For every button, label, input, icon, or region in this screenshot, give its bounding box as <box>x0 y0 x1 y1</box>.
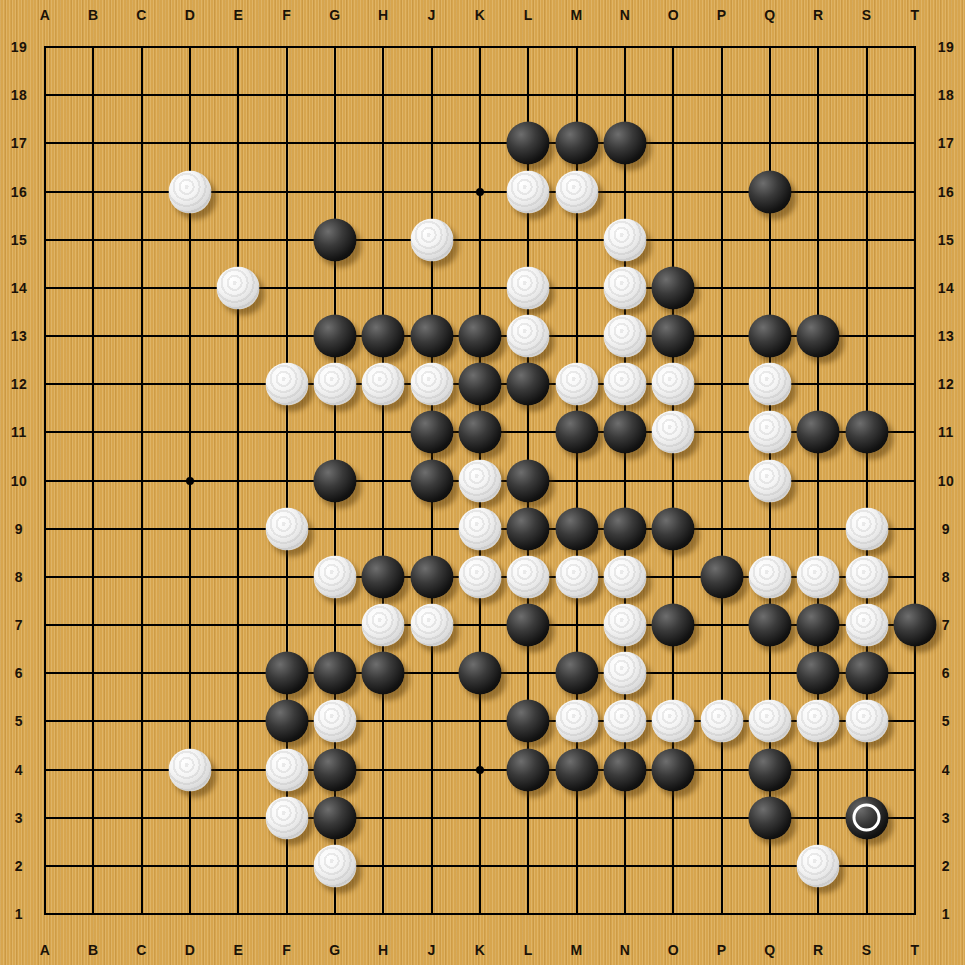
column-label-bottom: C <box>125 941 159 959</box>
black-stone <box>652 266 695 309</box>
column-label-top: A <box>28 6 62 24</box>
black-stone <box>604 507 647 550</box>
white-stone <box>797 700 840 743</box>
black-stone <box>555 748 598 791</box>
white-stone <box>604 218 647 261</box>
column-label-top: C <box>125 6 159 24</box>
black-stone <box>507 363 550 406</box>
row-label-left: 19 <box>2 38 36 56</box>
black-stone <box>845 796 888 839</box>
black-stone <box>749 604 792 647</box>
grid-line <box>817 46 819 915</box>
white-stone <box>749 700 792 743</box>
white-stone <box>459 507 502 550</box>
column-label-top: P <box>705 6 739 24</box>
black-stone <box>652 748 695 791</box>
white-stone <box>749 363 792 406</box>
black-stone <box>797 604 840 647</box>
row-label-right: 17 <box>929 134 963 152</box>
row-label-left: 8 <box>2 568 36 586</box>
row-label-right: 18 <box>929 86 963 104</box>
row-label-right: 12 <box>929 375 963 393</box>
column-label-bottom: S <box>850 941 884 959</box>
row-label-left: 17 <box>2 134 36 152</box>
black-stone <box>410 555 453 598</box>
column-label-bottom: H <box>366 941 400 959</box>
black-stone <box>797 652 840 695</box>
black-stone <box>652 507 695 550</box>
row-label-left: 13 <box>2 327 36 345</box>
white-stone <box>217 266 260 309</box>
row-label-right: 6 <box>929 664 963 682</box>
go-board[interactable]: AABBCCDDEEFFGGHHJJKKLLMMNNOOPPQQRRSSTT19… <box>0 0 965 965</box>
row-label-left: 6 <box>2 664 36 682</box>
row-label-right: 2 <box>929 857 963 875</box>
black-stone <box>845 652 888 695</box>
white-stone <box>410 604 453 647</box>
star-point <box>476 188 484 196</box>
black-stone <box>459 363 502 406</box>
black-stone <box>507 604 550 647</box>
black-stone <box>604 411 647 454</box>
column-label-top: H <box>366 6 400 24</box>
row-label-right: 1 <box>929 905 963 923</box>
star-point <box>476 766 484 774</box>
grid-line <box>44 865 916 867</box>
row-label-right: 16 <box>929 183 963 201</box>
column-label-bottom: T <box>898 941 932 959</box>
white-stone <box>507 266 550 309</box>
black-stone <box>555 122 598 165</box>
black-stone <box>265 652 308 695</box>
black-stone <box>410 411 453 454</box>
black-stone <box>314 315 357 358</box>
black-stone <box>797 315 840 358</box>
white-stone <box>604 604 647 647</box>
white-stone <box>459 459 502 502</box>
white-stone <box>604 315 647 358</box>
row-label-right: 4 <box>929 761 963 779</box>
black-stone <box>507 700 550 743</box>
row-label-left: 12 <box>2 375 36 393</box>
column-label-bottom: M <box>560 941 594 959</box>
white-stone <box>410 363 453 406</box>
white-stone <box>797 555 840 598</box>
black-stone <box>459 315 502 358</box>
row-label-left: 10 <box>2 472 36 490</box>
grid-line <box>721 46 723 915</box>
white-stone <box>652 363 695 406</box>
black-stone <box>410 315 453 358</box>
grid-line <box>914 46 916 915</box>
white-stone <box>749 459 792 502</box>
white-stone <box>169 170 212 213</box>
white-stone <box>459 555 502 598</box>
row-label-right: 13 <box>929 327 963 345</box>
column-label-bottom: B <box>76 941 110 959</box>
black-stone <box>507 459 550 502</box>
white-stone <box>604 266 647 309</box>
row-label-right: 10 <box>929 472 963 490</box>
row-label-right: 14 <box>929 279 963 297</box>
white-stone <box>604 652 647 695</box>
black-stone <box>749 796 792 839</box>
white-stone <box>314 555 357 598</box>
white-stone <box>652 411 695 454</box>
column-label-top: J <box>415 6 449 24</box>
column-label-top: N <box>608 6 642 24</box>
row-label-right: 11 <box>929 423 963 441</box>
white-stone <box>169 748 212 791</box>
black-stone <box>555 507 598 550</box>
column-label-bottom: R <box>801 941 835 959</box>
black-stone <box>362 315 405 358</box>
column-label-bottom: D <box>173 941 207 959</box>
black-stone <box>604 122 647 165</box>
grid-line <box>866 46 868 915</box>
row-label-left: 5 <box>2 712 36 730</box>
white-stone <box>749 411 792 454</box>
column-label-top: O <box>656 6 690 24</box>
black-stone <box>507 122 550 165</box>
black-stone <box>362 652 405 695</box>
white-stone <box>265 796 308 839</box>
row-label-right: 8 <box>929 568 963 586</box>
white-stone <box>265 748 308 791</box>
black-stone <box>700 555 743 598</box>
row-label-left: 2 <box>2 857 36 875</box>
column-label-top: G <box>318 6 352 24</box>
black-stone <box>314 652 357 695</box>
row-label-left: 3 <box>2 809 36 827</box>
row-label-left: 14 <box>2 279 36 297</box>
column-label-bottom: K <box>463 941 497 959</box>
last-move-marker <box>853 804 881 832</box>
black-stone <box>555 652 598 695</box>
row-label-left: 11 <box>2 423 36 441</box>
white-stone <box>314 700 357 743</box>
column-label-bottom: A <box>28 941 62 959</box>
black-stone <box>894 604 937 647</box>
column-label-bottom: N <box>608 941 642 959</box>
column-label-bottom: F <box>270 941 304 959</box>
grid-line <box>44 913 916 915</box>
column-label-bottom: O <box>656 941 690 959</box>
row-label-left: 16 <box>2 183 36 201</box>
black-stone <box>314 748 357 791</box>
white-stone <box>362 363 405 406</box>
column-label-bottom: L <box>511 941 545 959</box>
white-stone <box>555 555 598 598</box>
black-stone <box>265 700 308 743</box>
row-label-right: 3 <box>929 809 963 827</box>
column-label-top: F <box>270 6 304 24</box>
white-stone <box>604 700 647 743</box>
white-stone <box>652 700 695 743</box>
column-label-bottom: P <box>705 941 739 959</box>
white-stone <box>555 700 598 743</box>
column-label-top: D <box>173 6 207 24</box>
white-stone <box>797 844 840 887</box>
column-label-top: Q <box>753 6 787 24</box>
column-label-bottom: J <box>415 941 449 959</box>
row-label-left: 9 <box>2 520 36 538</box>
row-label-left: 7 <box>2 616 36 634</box>
row-label-right: 19 <box>929 38 963 56</box>
black-stone <box>459 411 502 454</box>
black-stone <box>604 748 647 791</box>
column-label-top: L <box>511 6 545 24</box>
black-stone <box>797 411 840 454</box>
white-stone <box>845 507 888 550</box>
black-stone <box>507 507 550 550</box>
column-label-top: K <box>463 6 497 24</box>
black-stone <box>845 411 888 454</box>
white-stone <box>314 844 357 887</box>
white-stone <box>845 604 888 647</box>
column-label-top: S <box>850 6 884 24</box>
column-label-bottom: Q <box>753 941 787 959</box>
row-label-left: 4 <box>2 761 36 779</box>
white-stone <box>314 363 357 406</box>
white-stone <box>507 170 550 213</box>
white-stone <box>507 555 550 598</box>
row-label-right: 5 <box>929 712 963 730</box>
column-label-top: T <box>898 6 932 24</box>
column-label-top: E <box>221 6 255 24</box>
black-stone <box>652 604 695 647</box>
black-stone <box>749 170 792 213</box>
white-stone <box>749 555 792 598</box>
black-stone <box>749 315 792 358</box>
black-stone <box>555 411 598 454</box>
black-stone <box>410 459 453 502</box>
white-stone <box>410 218 453 261</box>
white-stone <box>362 604 405 647</box>
white-stone <box>700 700 743 743</box>
white-stone <box>604 555 647 598</box>
white-stone <box>604 363 647 406</box>
row-label-right: 9 <box>929 520 963 538</box>
column-label-top: M <box>560 6 594 24</box>
white-stone <box>507 315 550 358</box>
column-label-bottom: E <box>221 941 255 959</box>
white-stone <box>555 170 598 213</box>
star-point <box>186 477 194 485</box>
row-label-right: 15 <box>929 231 963 249</box>
column-label-top: R <box>801 6 835 24</box>
black-stone <box>652 315 695 358</box>
white-stone <box>845 700 888 743</box>
white-stone <box>845 555 888 598</box>
column-label-top: B <box>76 6 110 24</box>
black-stone <box>314 459 357 502</box>
column-label-bottom: G <box>318 941 352 959</box>
row-label-left: 18 <box>2 86 36 104</box>
black-stone <box>314 218 357 261</box>
black-stone <box>749 748 792 791</box>
row-label-left: 1 <box>2 905 36 923</box>
black-stone <box>362 555 405 598</box>
black-stone <box>314 796 357 839</box>
white-stone <box>555 363 598 406</box>
white-stone <box>265 507 308 550</box>
black-stone <box>507 748 550 791</box>
white-stone <box>265 363 308 406</box>
black-stone <box>459 652 502 695</box>
row-label-left: 15 <box>2 231 36 249</box>
